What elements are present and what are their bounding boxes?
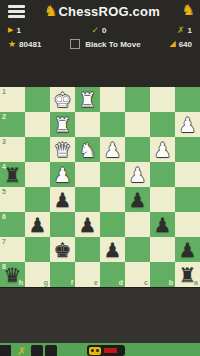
ad-badge[interactable]: [87, 345, 125, 356]
x-icon: ✗: [177, 26, 185, 35]
square-g2[interactable]: [25, 112, 50, 137]
square-a2[interactable]: ♟: [175, 112, 200, 137]
ad-box-2[interactable]: [45, 345, 57, 356]
square-f5[interactable]: ♟: [50, 187, 75, 212]
square-c5[interactable]: ♟: [125, 187, 150, 212]
black-pawn[interactable]: ♟: [54, 190, 72, 210]
star-icon: ★: [8, 40, 16, 49]
black-pawn[interactable]: ♟: [79, 215, 97, 235]
square-d7[interactable]: ♟: [100, 237, 125, 262]
white-pawn[interactable]: ♟: [104, 140, 122, 160]
file-label-b: b: [169, 279, 173, 286]
square-d1[interactable]: [100, 87, 125, 112]
black-king[interactable]: ♚: [54, 240, 72, 260]
square-h7[interactable]: 7: [0, 237, 25, 262]
square-c1[interactable]: [125, 87, 150, 112]
ad-corner-box[interactable]: [0, 345, 11, 356]
square-b8[interactable]: b: [150, 262, 175, 287]
square-f2[interactable]: ♜: [50, 112, 75, 137]
black-pawn[interactable]: ♟: [179, 240, 197, 260]
rank-label-1: 1: [2, 88, 6, 95]
ad-area: [0, 287, 200, 343]
rank-label-7: 7: [2, 238, 6, 245]
black-to-move-label: Black To Move: [85, 40, 140, 49]
square-h6[interactable]: 6: [0, 212, 25, 237]
square-d2[interactable]: [100, 112, 125, 137]
white-rook[interactable]: ♜: [54, 115, 72, 135]
square-f7[interactable]: ♚: [50, 237, 75, 262]
chess-board: 1♚♜2♜♟3♛♞♟♟4♜♟♟5♟♟6♟♟♟7♚♟♟8h♛gfedcba♜: [0, 87, 200, 287]
rank-label-6: 6: [2, 213, 6, 220]
square-f3[interactable]: ♛: [50, 137, 75, 162]
black-rook[interactable]: ♜: [4, 165, 22, 185]
file-label-c: c: [144, 279, 148, 286]
square-a1[interactable]: [175, 87, 200, 112]
white-pawn[interactable]: ♟: [179, 115, 197, 135]
hamburger-menu-icon[interactable]: [8, 5, 25, 18]
square-g3[interactable]: [25, 137, 50, 162]
ad-box-1[interactable]: [31, 345, 43, 356]
square-g1[interactable]: [25, 87, 50, 112]
rank-label-8: 8: [2, 263, 6, 270]
failed-value: 1: [188, 26, 192, 35]
square-f6[interactable]: [50, 212, 75, 237]
file-label-d: d: [119, 279, 123, 286]
square-a6[interactable]: [175, 212, 200, 237]
square-e6[interactable]: ♟: [75, 212, 100, 237]
square-e1[interactable]: ♜: [75, 87, 100, 112]
white-queen[interactable]: ♛: [54, 140, 72, 160]
app-header: ♞ ChessROG.com ♞: [0, 0, 200, 22]
black-pawn[interactable]: ♟: [104, 240, 122, 260]
square-h4[interactable]: 4♜: [0, 162, 25, 187]
rank-label-4: 4: [2, 163, 6, 170]
black-pawn[interactable]: ♟: [29, 215, 47, 235]
white-king[interactable]: ♚: [54, 90, 72, 110]
title-group: ♞ ChessROG.com: [44, 4, 160, 19]
white-pawn[interactable]: ♟: [129, 165, 147, 185]
puzzle-id-value: 80481: [19, 40, 41, 49]
header-board-gap: [0, 53, 200, 87]
white-rook[interactable]: ♜: [79, 90, 97, 110]
attempts-value: 1: [16, 26, 20, 35]
file-label-f: f: [71, 279, 73, 286]
square-c2[interactable]: [125, 112, 150, 137]
square-b6[interactable]: ♟: [150, 212, 175, 237]
square-g6[interactable]: ♟: [25, 212, 50, 237]
page-title: ChessROG.com: [59, 4, 160, 19]
puzzle-id-stat: ★ 80481: [8, 40, 41, 49]
signal-bars-icon: ◢: [169, 40, 175, 48]
square-c7[interactable]: [125, 237, 150, 262]
square-b1[interactable]: [150, 87, 175, 112]
square-e8[interactable]: e: [75, 262, 100, 287]
square-e2[interactable]: [75, 112, 100, 137]
rank-label-5: 5: [2, 188, 6, 195]
to-move-control: Black To Move: [70, 39, 140, 49]
stats-row-2: ★ 80481 Black To Move ◢ 640: [8, 39, 192, 49]
square-g7[interactable]: [25, 237, 50, 262]
white-pawn[interactable]: ♟: [54, 165, 72, 185]
square-b2[interactable]: [150, 112, 175, 137]
failed-stat: ✗ 1: [177, 26, 192, 35]
stats-panel: ▶ 1 ✓ 0 ✗ 1 ★ 80481 Black To Move ◢ 640: [0, 22, 200, 53]
square-e5[interactable]: [75, 187, 100, 212]
play-icon: ▶: [8, 27, 13, 34]
square-d4[interactable]: [100, 162, 125, 187]
square-f1[interactable]: ♚: [50, 87, 75, 112]
solved-stat: ✓ 0: [91, 26, 106, 35]
rating-value: 640: [179, 40, 192, 49]
black-to-move-checkbox[interactable]: [70, 39, 80, 49]
square-a5[interactable]: [175, 187, 200, 212]
square-b5[interactable]: [150, 187, 175, 212]
square-b7[interactable]: [150, 237, 175, 262]
square-c3[interactable]: [125, 137, 150, 162]
square-h8[interactable]: 8h♛: [0, 262, 25, 287]
ad-badge-icon: [89, 347, 101, 355]
square-a7[interactable]: ♟: [175, 237, 200, 262]
file-label-g: g: [44, 279, 48, 286]
file-label-h: h: [19, 279, 23, 286]
rating-stat: ◢ 640: [169, 40, 192, 49]
square-g5[interactable]: [25, 187, 50, 212]
square-d6[interactable]: [100, 212, 125, 237]
square-d3[interactable]: ♟: [100, 137, 125, 162]
square-a4[interactable]: [175, 162, 200, 187]
close-ad-icon[interactable]: ✗: [17, 346, 26, 356]
rank-label-2: 2: [2, 113, 6, 120]
square-f4[interactable]: ♟: [50, 162, 75, 187]
square-e4[interactable]: [75, 162, 100, 187]
white-knight[interactable]: ♞: [79, 140, 97, 160]
square-d5[interactable]: [100, 187, 125, 212]
file-label-e: e: [94, 279, 98, 286]
square-h2[interactable]: 2: [0, 112, 25, 137]
square-e3[interactable]: ♞: [75, 137, 100, 162]
square-h3[interactable]: 3: [0, 137, 25, 162]
file-label-a: a: [194, 279, 198, 286]
square-h1[interactable]: 1: [0, 87, 25, 112]
square-g8[interactable]: g: [25, 262, 50, 287]
bottom-ad-bar: ✗: [0, 343, 200, 356]
attempts-stat: ▶ 1: [8, 26, 21, 35]
square-c4[interactable]: ♟: [125, 162, 150, 187]
square-h5[interactable]: 5: [0, 187, 25, 212]
knight-icon: ♞: [44, 4, 57, 19]
square-a3[interactable]: [175, 137, 200, 162]
stats-row-1: ▶ 1 ✓ 0 ✗ 1: [8, 25, 192, 35]
square-b3[interactable]: ♟: [150, 137, 175, 162]
square-d8[interactable]: d: [100, 262, 125, 287]
check-icon: ✓: [91, 26, 99, 35]
square-b4[interactable]: [150, 162, 175, 187]
square-a8[interactable]: a♜: [175, 262, 200, 287]
square-f8[interactable]: f: [50, 262, 75, 287]
solved-value: 0: [102, 26, 106, 35]
square-e7[interactable]: [75, 237, 100, 262]
knight-icon-right[interactable]: ♞: [182, 3, 195, 18]
square-c6[interactable]: [125, 212, 150, 237]
square-g4[interactable]: [25, 162, 50, 187]
rank-label-3: 3: [2, 138, 6, 145]
ad-badge-red-text: [104, 348, 117, 353]
white-pawn[interactable]: ♟: [154, 140, 172, 160]
black-pawn[interactable]: ♟: [154, 215, 172, 235]
black-pawn[interactable]: ♟: [129, 190, 147, 210]
square-c8[interactable]: c: [125, 262, 150, 287]
